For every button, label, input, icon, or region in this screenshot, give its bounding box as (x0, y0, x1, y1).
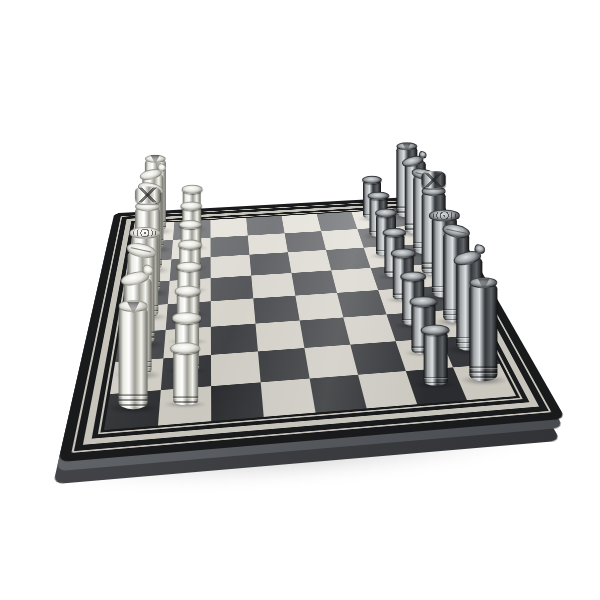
square-e3 (211, 276, 254, 302)
square-c1 (115, 330, 165, 362)
square-a4 (261, 379, 316, 417)
square-g6 (321, 229, 364, 250)
square-d4 (253, 296, 299, 324)
square-b1 (110, 358, 163, 394)
board-border-silver-band (83, 202, 539, 445)
square-b3 (211, 351, 261, 386)
square-c2 (163, 327, 211, 359)
board-border-inner-pinstripe (98, 206, 523, 434)
square-d8 (419, 285, 471, 312)
square-g4 (248, 233, 288, 254)
square-f8 (401, 243, 448, 265)
checkerboard (104, 208, 516, 430)
square-g8 (393, 225, 438, 246)
square-d5 (295, 293, 343, 321)
square-b5 (304, 345, 358, 379)
chess-board (58, 195, 566, 462)
square-h1 (135, 222, 174, 242)
square-e8 (410, 263, 460, 287)
square-e5 (291, 270, 337, 295)
square-c5 (300, 317, 351, 348)
square-a1 (104, 390, 161, 430)
square-e2 (168, 278, 211, 304)
square-a3 (211, 382, 264, 421)
square-g3 (211, 236, 250, 258)
board-border-outer-pinstripe (71, 199, 551, 453)
square-g5 (285, 231, 326, 252)
square-g2 (171, 238, 210, 260)
square-h2 (173, 220, 211, 240)
square-c3 (211, 324, 258, 355)
square-h6 (317, 212, 358, 231)
square-e1 (124, 281, 169, 307)
square-a2 (158, 386, 211, 425)
square-f2 (170, 257, 211, 281)
square-h3 (210, 218, 247, 238)
square-d2 (166, 301, 211, 330)
product-photo-stage (0, 0, 600, 600)
square-f4 (249, 252, 291, 275)
square-h8 (386, 208, 429, 227)
square-g1 (132, 240, 173, 262)
square-f5 (288, 250, 331, 273)
square-c4 (256, 321, 305, 352)
square-e4 (251, 273, 295, 298)
square-a5 (310, 375, 367, 413)
square-b4 (258, 348, 310, 382)
square-f3 (211, 255, 252, 278)
square-b2 (161, 355, 211, 390)
square-d1 (120, 304, 168, 333)
square-d3 (211, 298, 256, 326)
square-f1 (128, 259, 171, 283)
square-h5 (282, 214, 322, 233)
square-h4 (246, 216, 284, 236)
